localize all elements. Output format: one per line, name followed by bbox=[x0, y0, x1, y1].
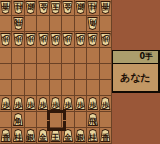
board-cell[interactable]: 歩 bbox=[100, 32, 112, 48]
board-cell[interactable] bbox=[50, 16, 62, 32]
board-cell[interactable]: 香 bbox=[100, 0, 112, 16]
shogi-piece-gote: 銀 bbox=[25, 1, 36, 14]
shogi-piece-sente: 桂 bbox=[87, 129, 98, 142]
shogi-piece-sente: 歩 bbox=[100, 97, 111, 110]
board-cell[interactable] bbox=[100, 16, 112, 32]
shogi-piece-sente: 歩 bbox=[38, 97, 49, 110]
shogi-piece-gote: 桂 bbox=[87, 1, 98, 14]
board-cell[interactable]: 歩 bbox=[12, 32, 24, 48]
board-cell[interactable]: 金 bbox=[37, 128, 49, 144]
shogi-piece-sente: 歩 bbox=[13, 97, 24, 110]
board-cell[interactable] bbox=[62, 80, 74, 96]
board-cell[interactable]: 桂 bbox=[12, 0, 24, 16]
board-cell[interactable]: 金 bbox=[62, 0, 74, 16]
board-cell[interactable]: 銀 bbox=[75, 0, 87, 16]
board-cell[interactable]: 金 bbox=[37, 0, 49, 16]
shogi-piece-gote: 銀 bbox=[75, 1, 86, 14]
player-name-box: あなた bbox=[112, 64, 160, 93]
board-cell[interactable] bbox=[75, 16, 87, 32]
board-cell[interactable] bbox=[62, 64, 74, 80]
board-cell[interactable] bbox=[62, 16, 74, 32]
board-cell[interactable]: 銀 bbox=[75, 128, 87, 144]
shogi-piece-gote: 桂 bbox=[13, 1, 24, 14]
shogi-piece-sente: 香 bbox=[0, 129, 11, 142]
side-panel: 0手 あなた bbox=[112, 0, 160, 144]
shogi-piece-gote: 歩 bbox=[100, 33, 111, 46]
board-cell[interactable] bbox=[37, 80, 49, 96]
board-cell[interactable]: 銀 bbox=[25, 128, 37, 144]
board-cell[interactable] bbox=[50, 48, 62, 64]
board-cell[interactable] bbox=[100, 64, 112, 80]
shogi-piece-sente: 金 bbox=[38, 129, 49, 142]
board-cell[interactable]: 歩 bbox=[25, 96, 37, 112]
board-cell[interactable]: 歩 bbox=[25, 32, 37, 48]
shogi-piece-sente: 金 bbox=[62, 129, 73, 142]
board-cell[interactable] bbox=[25, 64, 37, 80]
shogi-piece-gote: 香 bbox=[100, 1, 111, 14]
board-cell[interactable] bbox=[25, 16, 37, 32]
board-cell[interactable]: 歩 bbox=[50, 32, 62, 48]
board-cell[interactable]: 飛 bbox=[12, 16, 24, 32]
shogi-piece-sente: 銀 bbox=[25, 129, 36, 142]
board-cell[interactable]: 歩 bbox=[0, 96, 12, 112]
shogi-piece-sente: 銀 bbox=[75, 129, 86, 142]
board-cell[interactable] bbox=[0, 16, 12, 32]
shogi-piece-sente: 王 bbox=[50, 129, 61, 142]
board-cell[interactable]: 桂 bbox=[87, 0, 99, 16]
board-cell[interactable]: 金 bbox=[62, 128, 74, 144]
board-cell[interactable] bbox=[12, 48, 24, 64]
board-cell[interactable] bbox=[25, 80, 37, 96]
shogi-piece-sente: 歩 bbox=[0, 97, 11, 110]
shogi-piece-gote: 金 bbox=[62, 1, 73, 14]
board-cell[interactable]: 歩 bbox=[37, 96, 49, 112]
shogi-piece-gote: 歩 bbox=[62, 33, 73, 46]
board-cell[interactable] bbox=[37, 112, 49, 128]
board-cell[interactable]: 飛 bbox=[87, 112, 99, 128]
shogi-piece-sente: 飛 bbox=[87, 113, 98, 126]
board-cell[interactable] bbox=[75, 112, 87, 128]
board-cell[interactable] bbox=[37, 16, 49, 32]
board-cell[interactable] bbox=[87, 48, 99, 64]
shogi-piece-sente: 香 bbox=[100, 129, 111, 142]
board-cell[interactable]: 香 bbox=[0, 0, 12, 16]
board-cell[interactable] bbox=[0, 112, 12, 128]
shogi-piece-gote: 歩 bbox=[25, 33, 36, 46]
board-cell[interactable]: 歩 bbox=[0, 32, 12, 48]
player-name-label: あなた bbox=[120, 73, 151, 83]
shogi-piece-sente: 歩 bbox=[87, 97, 98, 110]
shogi-piece-sente: 桂 bbox=[13, 129, 24, 142]
board-cell[interactable]: 香 bbox=[100, 128, 112, 144]
board-cell[interactable]: 桂 bbox=[12, 128, 24, 144]
board-cell[interactable] bbox=[0, 64, 12, 80]
board-cell[interactable]: 角 bbox=[12, 112, 24, 128]
board-cell[interactable] bbox=[25, 112, 37, 128]
board-cell[interactable] bbox=[87, 80, 99, 96]
board-cell[interactable]: 歩 bbox=[62, 96, 74, 112]
board-cell[interactable]: 角 bbox=[87, 16, 99, 32]
shogi-piece-gote: 玉 bbox=[50, 1, 61, 14]
shogi-piece-sente: 歩 bbox=[50, 97, 61, 110]
opponent-hand-tray bbox=[112, 0, 160, 50]
board-cell[interactable]: 香 bbox=[0, 128, 12, 144]
shogi-piece-gote: 歩 bbox=[87, 33, 98, 46]
board-cell[interactable] bbox=[50, 64, 62, 80]
shogi-piece-gote: 歩 bbox=[0, 33, 11, 46]
board-cell[interactable] bbox=[12, 80, 24, 96]
shogi-piece-sente: 歩 bbox=[25, 97, 36, 110]
board-cell[interactable]: 歩 bbox=[75, 96, 87, 112]
board-cell[interactable]: 歩 bbox=[12, 96, 24, 112]
shogi-game-screen: 香桂銀金玉金銀桂香飛角歩歩歩歩歩歩歩歩歩歩歩歩歩歩歩歩歩歩角飛香桂銀金王金銀桂香… bbox=[0, 0, 160, 144]
board-cell[interactable]: 歩 bbox=[87, 32, 99, 48]
shogi-piece-sente: 歩 bbox=[62, 97, 73, 110]
board-cell[interactable] bbox=[75, 64, 87, 80]
shogi-piece-sente: 歩 bbox=[75, 97, 86, 110]
shogi-piece-gote: 歩 bbox=[38, 33, 49, 46]
player-hand-tray bbox=[112, 93, 160, 144]
board-cell[interactable] bbox=[100, 112, 112, 128]
board-cell[interactable] bbox=[50, 80, 62, 96]
board-cell[interactable] bbox=[100, 48, 112, 64]
shogi-board: 香桂銀金玉金銀桂香飛角歩歩歩歩歩歩歩歩歩歩歩歩歩歩歩歩歩歩角飛香桂銀金王金銀桂香 bbox=[0, 0, 112, 144]
move-counter-label: 0手 bbox=[139, 53, 153, 61]
board-cell[interactable] bbox=[0, 48, 12, 64]
board-cell[interactable] bbox=[12, 64, 24, 80]
board-cell[interactable] bbox=[25, 48, 37, 64]
board-cell[interactable]: 王 bbox=[50, 128, 62, 144]
board-cell[interactable] bbox=[37, 64, 49, 80]
board-cell[interactable] bbox=[62, 112, 74, 128]
shogi-piece-gote: 角 bbox=[87, 17, 98, 30]
board-cell[interactable] bbox=[75, 48, 87, 64]
board-cell[interactable]: 歩 bbox=[37, 32, 49, 48]
board-cell[interactable] bbox=[62, 48, 74, 64]
shogi-piece-gote: 香 bbox=[0, 1, 11, 14]
board-cell[interactable]: 歩 bbox=[87, 96, 99, 112]
board-cell[interactable] bbox=[75, 80, 87, 96]
board-cell[interactable] bbox=[100, 80, 112, 96]
shogi-piece-sente: 角 bbox=[13, 113, 24, 126]
board-cell[interactable]: 玉 bbox=[50, 0, 62, 16]
board-cell[interactable]: 銀 bbox=[25, 0, 37, 16]
shogi-piece-gote: 飛 bbox=[13, 17, 24, 30]
board-cell[interactable] bbox=[0, 80, 12, 96]
board-cell[interactable]: 歩 bbox=[62, 32, 74, 48]
board-cell[interactable] bbox=[37, 48, 49, 64]
board-cell[interactable] bbox=[87, 64, 99, 80]
shogi-piece-gote: 歩 bbox=[75, 33, 86, 46]
shogi-piece-gote: 歩 bbox=[13, 33, 24, 46]
board-cell[interactable] bbox=[50, 112, 62, 128]
board-cell[interactable]: 歩 bbox=[75, 32, 87, 48]
shogi-piece-gote: 金 bbox=[38, 1, 49, 14]
move-counter: 0手 bbox=[112, 50, 160, 64]
board-cell[interactable]: 歩 bbox=[100, 96, 112, 112]
board-cell[interactable]: 歩 bbox=[50, 96, 62, 112]
shogi-piece-gote: 歩 bbox=[50, 33, 61, 46]
board-cell[interactable]: 桂 bbox=[87, 128, 99, 144]
